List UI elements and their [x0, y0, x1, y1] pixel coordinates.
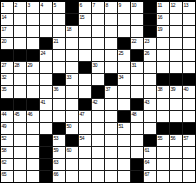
- clue-number: 24: [41, 50, 46, 56]
- grid-cell[interactable]: [183, 62, 195, 73]
- grid-cell[interactable]: [66, 50, 78, 61]
- grid-cell[interactable]: [79, 86, 91, 97]
- clue-number: 5: [54, 2, 56, 8]
- block-cell: [157, 123, 169, 134]
- grid-cell[interactable]: [105, 111, 117, 122]
- grid-cell[interactable]: 26: [144, 50, 156, 61]
- grid-cell[interactable]: [131, 14, 143, 25]
- grid-cell[interactable]: [157, 38, 169, 49]
- clue-number: 53: [54, 135, 59, 141]
- clue-number: 21: [54, 38, 59, 44]
- grid-cell[interactable]: [14, 159, 26, 170]
- grid-cell[interactable]: [105, 26, 117, 37]
- grid-cell[interactable]: [92, 38, 104, 49]
- clue-number: 37: [106, 86, 111, 92]
- grid-cell[interactable]: [79, 74, 91, 85]
- clue-number: 45: [15, 111, 20, 117]
- clue-number: 23: [145, 38, 150, 44]
- grid-cell[interactable]: 32: [1, 74, 13, 85]
- grid-cell[interactable]: 16: [157, 14, 169, 25]
- grid-cell[interactable]: [14, 38, 26, 49]
- clue-number: 30: [93, 62, 98, 68]
- grid-cell[interactable]: [92, 135, 104, 146]
- grid-cell[interactable]: [170, 50, 182, 61]
- grid-cell[interactable]: 4: [40, 2, 52, 13]
- clue-number: 38: [158, 86, 163, 92]
- grid-cell[interactable]: 28: [14, 62, 26, 73]
- grid-cell[interactable]: [118, 86, 130, 97]
- block-cell: [14, 50, 26, 61]
- grid-cell[interactable]: [14, 14, 26, 25]
- grid-cell[interactable]: 15: [79, 14, 91, 25]
- grid-cell[interactable]: [27, 135, 39, 146]
- clue-number: 63: [54, 159, 59, 165]
- clue-number: 46: [28, 111, 33, 117]
- block-cell: [79, 62, 91, 73]
- clue-number: 13: [184, 2, 189, 8]
- block-cell: [105, 74, 117, 85]
- grid-cell[interactable]: [105, 50, 117, 61]
- grid-cell[interactable]: 20: [1, 38, 13, 49]
- grid-cell[interactable]: [183, 99, 195, 110]
- grid-cell[interactable]: 46: [27, 111, 39, 122]
- grid-cell[interactable]: [40, 14, 52, 25]
- grid-cell[interactable]: [27, 26, 39, 37]
- grid-cell[interactable]: 58: [1, 147, 13, 158]
- block-cell: [40, 171, 52, 182]
- grid-cell[interactable]: 53: [53, 135, 65, 146]
- grid-cell[interactable]: 30: [92, 62, 104, 73]
- grid-cell[interactable]: 21: [53, 38, 65, 49]
- grid-cell[interactable]: [40, 74, 52, 85]
- grid-cell[interactable]: 60: [66, 147, 78, 158]
- block-cell: [66, 135, 78, 146]
- grid-cell[interactable]: [105, 62, 117, 73]
- grid-cell[interactable]: 55: [157, 135, 169, 146]
- grid-cell[interactable]: [157, 99, 169, 110]
- clue-number: 9: [119, 2, 121, 8]
- grid-cell[interactable]: [183, 38, 195, 49]
- clue-number: 4: [41, 2, 43, 8]
- grid-cell[interactable]: 45: [14, 111, 26, 122]
- block-cell: [92, 86, 104, 97]
- clue-number: 62: [2, 159, 7, 165]
- grid-cell[interactable]: [131, 123, 143, 134]
- clue-number: 43: [145, 99, 150, 105]
- grid-cell[interactable]: 1: [1, 2, 13, 13]
- clue-number: 61: [145, 147, 150, 153]
- grid-cell[interactable]: 67: [144, 171, 156, 182]
- block-cell: [40, 38, 52, 49]
- grid-cell[interactable]: 39: [170, 86, 182, 97]
- block-cell: [144, 26, 156, 37]
- grid-cell[interactable]: 56: [170, 135, 182, 146]
- clue-number: 52: [2, 135, 7, 141]
- grid-cell[interactable]: [66, 38, 78, 49]
- grid-cell[interactable]: [53, 14, 65, 25]
- grid-cell[interactable]: [131, 74, 143, 85]
- grid-cell[interactable]: 10: [131, 2, 143, 13]
- grid-cell[interactable]: 9: [118, 2, 130, 13]
- block-cell: [131, 171, 143, 182]
- clue-number: 6: [80, 2, 82, 8]
- grid-cell[interactable]: [14, 74, 26, 85]
- grid-cell[interactable]: [66, 62, 78, 73]
- clue-number: 58: [2, 147, 7, 153]
- grid-cell[interactable]: 7: [92, 2, 104, 13]
- grid-cell[interactable]: [27, 14, 39, 25]
- grid-cell[interactable]: 3: [27, 2, 39, 13]
- grid-cell[interactable]: [40, 26, 52, 37]
- block-cell: [170, 123, 182, 134]
- grid-cell[interactable]: 19: [157, 26, 169, 37]
- grid-cell[interactable]: 34: [118, 74, 130, 85]
- grid-cell[interactable]: [27, 159, 39, 170]
- grid-cell[interactable]: 13: [183, 2, 195, 13]
- clue-number: 3: [28, 2, 30, 8]
- clue-number: 60: [67, 147, 72, 153]
- grid-cell[interactable]: 37: [105, 86, 117, 97]
- grid-cell[interactable]: [40, 123, 52, 134]
- grid-cell[interactable]: 2: [14, 2, 26, 13]
- block-cell: [1, 50, 13, 61]
- grid-cell[interactable]: 40: [183, 86, 195, 97]
- block-cell: [144, 2, 156, 13]
- clue-number: 26: [145, 50, 150, 56]
- grid-cell[interactable]: [92, 74, 104, 85]
- clue-number: 47: [80, 111, 85, 117]
- crossword-grid: 1234567891011121314151617181920212223242…: [0, 0, 196, 183]
- clue-number: 14: [2, 14, 7, 20]
- grid-cell[interactable]: [40, 62, 52, 73]
- block-cell: [1, 99, 13, 110]
- grid-cell[interactable]: [105, 135, 117, 146]
- grid-cell[interactable]: 14: [1, 14, 13, 25]
- grid-cell[interactable]: 47: [79, 111, 91, 122]
- grid-cell[interactable]: [118, 99, 130, 110]
- block-cell: [183, 74, 195, 85]
- grid-cell[interactable]: [170, 26, 182, 37]
- grid-cell[interactable]: [66, 99, 78, 110]
- grid-cell[interactable]: [144, 74, 156, 85]
- clue-number: 51: [119, 123, 124, 129]
- grid-cell[interactable]: [14, 26, 26, 37]
- clue-number: 31: [132, 62, 137, 68]
- block-cell: [40, 147, 52, 158]
- block-cell: [118, 38, 130, 49]
- block-cell: [66, 2, 78, 13]
- grid-cell[interactable]: [118, 62, 130, 73]
- block-cell: [66, 14, 78, 25]
- clue-number: 10: [132, 2, 137, 8]
- grid-cell[interactable]: [131, 86, 143, 97]
- grid-cell[interactable]: 8: [105, 2, 117, 13]
- grid-cell[interactable]: [92, 14, 104, 25]
- grid-cell[interactable]: [105, 171, 117, 182]
- block-cell: [131, 159, 143, 170]
- clue-number: 16: [158, 14, 163, 20]
- grid-cell[interactable]: [170, 14, 182, 25]
- grid-cell[interactable]: [183, 111, 195, 122]
- grid-cell[interactable]: [92, 147, 104, 158]
- grid-cell[interactable]: [170, 171, 182, 182]
- grid-cell[interactable]: 18: [66, 26, 78, 37]
- grid-cell[interactable]: [14, 147, 26, 158]
- block-cell: [53, 74, 65, 85]
- grid-cell[interactable]: 6: [79, 2, 91, 13]
- grid-cell[interactable]: 36: [53, 86, 65, 97]
- clue-number: 65: [2, 171, 7, 177]
- grid-cell[interactable]: [183, 50, 195, 61]
- grid-cell[interactable]: 61: [144, 147, 156, 158]
- grid-cell[interactable]: [105, 123, 117, 134]
- grid-cell[interactable]: 29: [27, 62, 39, 73]
- grid-cell[interactable]: [118, 147, 130, 158]
- grid-cell[interactable]: [118, 14, 130, 25]
- block-cell: [27, 50, 39, 61]
- clue-number: 15: [80, 14, 85, 20]
- grid-cell[interactable]: [92, 111, 104, 122]
- clue-number: 1: [2, 2, 4, 8]
- grid-cell[interactable]: [66, 111, 78, 122]
- clue-number: 57: [184, 135, 189, 141]
- clue-number: 54: [80, 135, 85, 141]
- grid-cell[interactable]: [105, 38, 117, 49]
- clue-number: 27: [2, 62, 7, 68]
- clue-number: 28: [15, 62, 20, 68]
- grid-cell[interactable]: 22: [131, 38, 143, 49]
- grid-cell[interactable]: [66, 159, 78, 170]
- clue-number: 56: [171, 135, 176, 141]
- grid-cell[interactable]: 38: [157, 86, 169, 97]
- grid-cell[interactable]: 48: [131, 111, 143, 122]
- grid-cell[interactable]: [27, 171, 39, 182]
- grid-cell[interactable]: [131, 147, 143, 158]
- grid-cell[interactable]: [105, 147, 117, 158]
- grid-cell[interactable]: 59: [53, 147, 65, 158]
- grid-cell[interactable]: 12: [170, 2, 182, 13]
- grid-cell[interactable]: [53, 99, 65, 110]
- grid-cell[interactable]: [118, 159, 130, 170]
- clue-number: 29: [28, 62, 33, 68]
- clue-number: 7: [93, 2, 95, 8]
- clue-number: 35: [2, 86, 7, 92]
- grid-cell[interactable]: [27, 147, 39, 158]
- grid-cell[interactable]: [131, 26, 143, 37]
- grid-cell[interactable]: [157, 111, 169, 122]
- grid-cell[interactable]: 65: [1, 171, 13, 182]
- clue-number: 50: [67, 123, 72, 129]
- grid-cell[interactable]: [79, 171, 91, 182]
- grid-cell[interactable]: [118, 135, 130, 146]
- grid-cell[interactable]: 43: [144, 99, 156, 110]
- grid-cell[interactable]: [183, 26, 195, 37]
- grid-cell[interactable]: [118, 171, 130, 182]
- clue-number: 22: [132, 38, 137, 44]
- clue-number: 34: [119, 74, 124, 80]
- block-cell: [131, 99, 143, 110]
- grid-cell[interactable]: [144, 123, 156, 134]
- clue-number: 11: [158, 2, 162, 8]
- block-cell: [14, 99, 26, 110]
- grid-cell[interactable]: [79, 147, 91, 158]
- grid-cell[interactable]: 63: [53, 159, 65, 170]
- grid-cell[interactable]: [170, 62, 182, 73]
- grid-cell[interactable]: [92, 159, 104, 170]
- grid-cell[interactable]: [105, 14, 117, 25]
- clue-number: 33: [67, 74, 72, 80]
- clue-number: 17: [2, 26, 7, 32]
- clue-number: 19: [158, 26, 163, 32]
- clue-number: 32: [2, 74, 7, 80]
- clue-number: 25: [119, 50, 124, 56]
- grid-cell[interactable]: 49: [1, 123, 13, 134]
- block-cell: [40, 159, 52, 170]
- grid-cell[interactable]: 44: [1, 111, 13, 122]
- block-cell: [144, 135, 156, 146]
- grid-cell[interactable]: [53, 62, 65, 73]
- grid-cell[interactable]: 50: [66, 123, 78, 134]
- clue-number: 49: [2, 123, 7, 129]
- grid-cell[interactable]: 11: [157, 2, 169, 13]
- block-cell: [53, 123, 65, 134]
- grid-cell[interactable]: [92, 123, 104, 134]
- grid-cell[interactable]: 27: [1, 62, 13, 73]
- grid-cell[interactable]: 24: [40, 50, 52, 61]
- grid-cell[interactable]: [53, 26, 65, 37]
- grid-cell[interactable]: [27, 86, 39, 97]
- grid-cell[interactable]: [92, 171, 104, 182]
- grid-cell[interactable]: [79, 123, 91, 134]
- grid-cell[interactable]: [118, 26, 130, 37]
- grid-cell[interactable]: [79, 159, 91, 170]
- grid-cell[interactable]: 42: [92, 99, 104, 110]
- block-cell: [157, 74, 169, 85]
- grid-cell[interactable]: 51: [118, 123, 130, 134]
- grid-cell[interactable]: [131, 135, 143, 146]
- grid-cell[interactable]: 25: [118, 50, 130, 61]
- clue-number: 67: [145, 171, 150, 177]
- block-cell: [183, 123, 195, 134]
- grid-cell[interactable]: [53, 111, 65, 122]
- clue-number: 55: [158, 135, 163, 141]
- grid-cell[interactable]: [144, 111, 156, 122]
- clue-number: 36: [54, 86, 59, 92]
- clue-number: 41: [41, 99, 46, 105]
- grid-cell[interactable]: [157, 62, 169, 73]
- block-cell: [27, 99, 39, 110]
- grid-cell[interactable]: [157, 159, 169, 170]
- block-cell: [144, 14, 156, 25]
- grid-cell[interactable]: [14, 86, 26, 97]
- grid-cell[interactable]: 64: [144, 159, 156, 170]
- grid-cell[interactable]: 62: [1, 159, 13, 170]
- block-cell: [170, 74, 182, 85]
- grid-cell[interactable]: [14, 123, 26, 134]
- clue-number: 12: [171, 2, 176, 8]
- grid-cell[interactable]: 54: [79, 135, 91, 146]
- clue-number: 42: [93, 99, 98, 105]
- clue-number: 59: [54, 147, 59, 153]
- block-cell: [40, 135, 52, 146]
- clue-number: 18: [67, 26, 72, 32]
- grid-cell[interactable]: [79, 26, 91, 37]
- grid-cell[interactable]: 23: [144, 38, 156, 49]
- block-cell: [131, 50, 143, 61]
- grid-cell[interactable]: [79, 38, 91, 49]
- grid-cell[interactable]: 35: [1, 86, 13, 97]
- clue-number: 39: [171, 86, 176, 92]
- grid-cell[interactable]: [14, 171, 26, 182]
- grid-cell[interactable]: [66, 171, 78, 182]
- grid-cell[interactable]: [66, 86, 78, 97]
- grid-cell[interactable]: [14, 135, 26, 146]
- block-cell: [79, 99, 91, 110]
- grid-cell[interactable]: 66: [53, 171, 65, 182]
- grid-cell[interactable]: [170, 38, 182, 49]
- grid-cell[interactable]: 31: [131, 62, 143, 73]
- grid-cell[interactable]: 33: [66, 74, 78, 85]
- clue-number: 44: [2, 111, 7, 117]
- clue-number: 64: [145, 159, 150, 165]
- grid-cell[interactable]: 17: [1, 26, 13, 37]
- grid-cell[interactable]: [40, 86, 52, 97]
- grid-cell[interactable]: 5: [53, 2, 65, 13]
- clue-number: 20: [2, 38, 7, 44]
- grid-cell[interactable]: [183, 159, 195, 170]
- grid-cell[interactable]: [27, 38, 39, 49]
- clue-number: 8: [106, 2, 108, 8]
- grid-cell[interactable]: [170, 99, 182, 110]
- grid-cell[interactable]: [40, 111, 52, 122]
- grid-cell[interactable]: [27, 123, 39, 134]
- grid-cell[interactable]: [183, 171, 195, 182]
- grid-cell[interactable]: 41: [40, 99, 52, 110]
- grid-cell[interactable]: [157, 171, 169, 182]
- grid-cell[interactable]: [92, 50, 104, 61]
- crossword-diagram: 1234567891011121314151617181920212223242…: [0, 0, 196, 183]
- grid-cell[interactable]: [157, 50, 169, 61]
- grid-cell[interactable]: [79, 50, 91, 61]
- block-cell: [118, 111, 130, 122]
- clue-number: 40: [184, 86, 189, 92]
- grid-cell[interactable]: [170, 147, 182, 158]
- clue-number: 2: [15, 2, 17, 8]
- grid-cell[interactable]: [105, 99, 117, 110]
- grid-cell[interactable]: [92, 26, 104, 37]
- grid-cell[interactable]: [157, 147, 169, 158]
- grid-cell[interactable]: [170, 159, 182, 170]
- grid-cell[interactable]: 57: [183, 135, 195, 146]
- grid-cell[interactable]: [144, 62, 156, 73]
- clue-number: 66: [54, 171, 59, 177]
- grid-cell[interactable]: [53, 50, 65, 61]
- grid-cell[interactable]: [183, 147, 195, 158]
- clue-number: 48: [132, 111, 137, 117]
- grid-cell[interactable]: [144, 86, 156, 97]
- grid-cell[interactable]: [183, 14, 195, 25]
- grid-cell[interactable]: 52: [1, 135, 13, 146]
- grid-cell[interactable]: [27, 74, 39, 85]
- grid-cell[interactable]: [170, 111, 182, 122]
- grid-cell[interactable]: [105, 159, 117, 170]
